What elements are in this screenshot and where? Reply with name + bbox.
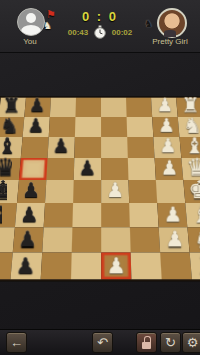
square-f5[interactable] [72, 203, 101, 227]
piece-white-pawn[interactable]: ♟ [156, 154, 183, 182]
piece-black-pawn[interactable]: ♟ [23, 112, 49, 139]
square-c3[interactable] [127, 137, 154, 158]
captured-pieces-tray-right: ♞ [144, 18, 153, 29]
square-b3[interactable] [127, 117, 154, 137]
timer-right: 00:02 [106, 28, 138, 37]
piece-black-pawn[interactable]: ♟ [74, 154, 101, 182]
player-name-left: You [0, 37, 62, 46]
square-b7[interactable]: ♟ [23, 117, 50, 137]
square-g7[interactable]: ♟ [13, 227, 44, 252]
square-g1[interactable]: ♞ [187, 227, 200, 252]
square-e3[interactable] [128, 180, 157, 203]
square-a6[interactable] [50, 98, 76, 117]
rotate-board-button[interactable]: ↻ [160, 332, 181, 353]
piece-black-pawn[interactable]: ♟ [10, 250, 40, 281]
square-h5[interactable] [71, 253, 101, 280]
square-f6[interactable] [44, 203, 73, 227]
square-d5[interactable]: ♟ [74, 158, 101, 180]
piece-white-pawn[interactable]: ♟ [160, 224, 189, 255]
clock-icon [93, 25, 107, 39]
square-g3[interactable] [130, 227, 160, 252]
bottom-toolbar: ← ↶ ↻ ⚙ [0, 329, 200, 355]
square-f4[interactable] [101, 203, 130, 227]
square-h4[interactable]: ♟ [101, 253, 131, 280]
lock-button[interactable] [136, 332, 157, 353]
square-d3[interactable] [128, 158, 156, 180]
square-d6[interactable] [46, 158, 74, 180]
chess-app: You ⚑ ♞ 0 : 0 00:43 00:02 Pretty Girl ♞ … [0, 0, 200, 355]
square-d2[interactable]: ♟ [155, 158, 184, 180]
square-e4[interactable]: ♟ [101, 180, 129, 203]
square-b5[interactable] [75, 117, 101, 137]
square-c7[interactable] [21, 137, 49, 158]
piece-white-pawn[interactable]: ♟ [101, 176, 129, 205]
square-a5[interactable] [75, 98, 101, 117]
square-a3[interactable] [126, 98, 152, 117]
square-g4[interactable] [101, 227, 131, 252]
square-g2[interactable]: ♟ [159, 227, 190, 252]
piece-black-rook[interactable]: ♜ [0, 250, 10, 281]
square-c6[interactable]: ♟ [48, 137, 75, 158]
square-b4[interactable] [101, 117, 127, 137]
piece-white-rook[interactable]: ♜ [192, 250, 200, 281]
chess-board-grid: ♜♟♟♜♞♟♟♞♝♟♟♝♛♟♟♛♚♟♟♚♝♟♟♝♞♟♟♞♜♟♟♜ [0, 97, 200, 280]
avatar-opponent[interactable] [157, 8, 187, 38]
square-a4[interactable] [101, 98, 127, 117]
timer-left: 00:43 [62, 28, 94, 37]
chess-board-3d: ♜♟♟♜♞♟♟♞♝♟♟♝♛♟♟♛♚♟♟♚♝♟♟♝♞♟♟♞♜♟♟♜ [0, 97, 200, 278]
square-h6[interactable] [41, 253, 72, 280]
square-f3[interactable] [129, 203, 158, 227]
square-e6[interactable] [45, 180, 74, 203]
square-h1[interactable]: ♜ [190, 253, 200, 280]
square-g5[interactable] [72, 227, 101, 252]
square-h3[interactable] [131, 253, 162, 280]
square-e5[interactable] [73, 180, 101, 203]
square-h2[interactable] [160, 253, 192, 280]
top-bar: You ⚑ ♞ 0 : 0 00:43 00:02 Pretty Girl ♞ [0, 0, 200, 53]
piece-black-pawn[interactable]: ♟ [48, 132, 75, 160]
piece-white-pawn[interactable]: ♟ [101, 250, 131, 281]
square-c4[interactable] [101, 137, 128, 158]
square-h7[interactable]: ♟ [10, 253, 42, 280]
back-button[interactable]: ← [6, 332, 27, 353]
undo-move-button[interactable]: ↶ [92, 332, 113, 353]
player-name-right: Pretty Girl [138, 37, 200, 46]
square-g6[interactable] [42, 227, 72, 252]
settings-gear-button[interactable]: ⚙ [182, 332, 200, 353]
